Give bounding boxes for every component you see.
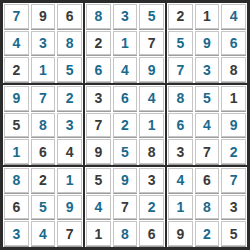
sudoku-cell[interactable]: 1: [195, 4, 220, 29]
sudoku-cell[interactable]: 8: [139, 139, 164, 164]
sudoku-cell[interactable]: 7: [221, 168, 246, 193]
sudoku-cell[interactable]: 1: [31, 57, 56, 82]
sudoku-cell[interactable]: 3: [168, 139, 193, 164]
sudoku-cell[interactable]: 7: [31, 86, 56, 111]
sudoku-cell[interactable]: 4: [31, 221, 56, 246]
sudoku-cell[interactable]: 8: [86, 4, 111, 29]
sudoku-cell[interactable]: 8: [221, 57, 246, 82]
sudoku-box: 364721958: [85, 85, 165, 165]
sudoku-cell[interactable]: 1: [57, 168, 82, 193]
sudoku-cell[interactable]: 3: [31, 31, 56, 56]
sudoku-cell[interactable]: 3: [4, 221, 29, 246]
sudoku-cell[interactable]: 1: [86, 221, 111, 246]
sudoku-box: 214596738: [167, 3, 247, 83]
sudoku-cell[interactable]: 4: [168, 168, 193, 193]
sudoku-cell[interactable]: 3: [195, 57, 220, 82]
sudoku-cell[interactable]: 6: [57, 4, 82, 29]
sudoku-board: 7964382158352176492145967389725831643647…: [0, 0, 250, 250]
sudoku-cell[interactable]: 5: [139, 4, 164, 29]
sudoku-box: 851649372: [167, 85, 247, 165]
sudoku-box: 821659347: [3, 167, 83, 247]
sudoku-cell[interactable]: 2: [4, 57, 29, 82]
sudoku-cell[interactable]: 8: [57, 31, 82, 56]
sudoku-cell[interactable]: 2: [168, 4, 193, 29]
sudoku-box: 796438215: [3, 3, 83, 83]
sudoku-cell[interactable]: 1: [4, 139, 29, 164]
sudoku-cell[interactable]: 9: [57, 195, 82, 220]
sudoku-cell[interactable]: 2: [31, 168, 56, 193]
sudoku-cell[interactable]: 2: [57, 86, 82, 111]
sudoku-cell[interactable]: 6: [139, 221, 164, 246]
sudoku-box: 593472186: [85, 167, 165, 247]
sudoku-cell[interactable]: 7: [195, 139, 220, 164]
sudoku-cell[interactable]: 7: [139, 31, 164, 56]
sudoku-cell[interactable]: 7: [4, 4, 29, 29]
sudoku-cell[interactable]: 4: [195, 113, 220, 138]
sudoku-cell[interactable]: 3: [113, 4, 138, 29]
sudoku-cell[interactable]: 9: [139, 57, 164, 82]
sudoku-cell[interactable]: 3: [86, 86, 111, 111]
sudoku-cell[interactable]: 8: [31, 113, 56, 138]
sudoku-cell[interactable]: 9: [86, 139, 111, 164]
sudoku-cell[interactable]: 9: [31, 4, 56, 29]
sudoku-cell[interactable]: 8: [168, 86, 193, 111]
sudoku-cell[interactable]: 3: [57, 113, 82, 138]
sudoku-cell[interactable]: 2: [139, 195, 164, 220]
sudoku-cell[interactable]: 7: [86, 113, 111, 138]
sudoku-cell[interactable]: 4: [221, 4, 246, 29]
sudoku-cell[interactable]: 8: [4, 168, 29, 193]
sudoku-cell[interactable]: 3: [139, 168, 164, 193]
sudoku-cell[interactable]: 5: [168, 31, 193, 56]
sudoku-cell[interactable]: 6: [221, 31, 246, 56]
sudoku-cell[interactable]: 1: [139, 113, 164, 138]
sudoku-cell[interactable]: 1: [113, 31, 138, 56]
sudoku-cell[interactable]: 5: [221, 221, 246, 246]
sudoku-cell[interactable]: 5: [57, 57, 82, 82]
sudoku-cell[interactable]: 2: [113, 113, 138, 138]
sudoku-cell[interactable]: 4: [4, 31, 29, 56]
sudoku-cell[interactable]: 5: [4, 113, 29, 138]
sudoku-cell[interactable]: 9: [195, 31, 220, 56]
sudoku-box: 467183925: [167, 167, 247, 247]
sudoku-cell[interactable]: 3: [221, 195, 246, 220]
sudoku-cell[interactable]: 2: [221, 139, 246, 164]
sudoku-app: 7964382158352176492145967389725831643647…: [0, 0, 250, 250]
sudoku-cell[interactable]: 8: [195, 195, 220, 220]
sudoku-cell[interactable]: 6: [31, 139, 56, 164]
sudoku-cell[interactable]: 6: [195, 168, 220, 193]
sudoku-cell[interactable]: 4: [113, 57, 138, 82]
sudoku-cell[interactable]: 4: [139, 86, 164, 111]
sudoku-cell[interactable]: 7: [113, 195, 138, 220]
sudoku-cell[interactable]: 6: [86, 57, 111, 82]
sudoku-cell[interactable]: 1: [221, 86, 246, 111]
sudoku-cell[interactable]: 2: [195, 221, 220, 246]
sudoku-cell[interactable]: 9: [113, 168, 138, 193]
sudoku-cell[interactable]: 8: [113, 221, 138, 246]
sudoku-cell[interactable]: 5: [113, 139, 138, 164]
sudoku-box: 972583164: [3, 85, 83, 165]
sudoku-cell[interactable]: 4: [86, 195, 111, 220]
sudoku-box: 835217649: [85, 3, 165, 83]
sudoku-cell[interactable]: 9: [4, 86, 29, 111]
sudoku-cell[interactable]: 6: [113, 86, 138, 111]
sudoku-cell[interactable]: 6: [168, 113, 193, 138]
sudoku-cell[interactable]: 2: [86, 31, 111, 56]
sudoku-cell[interactable]: 5: [31, 195, 56, 220]
sudoku-cell[interactable]: 9: [168, 221, 193, 246]
sudoku-cell[interactable]: 4: [57, 139, 82, 164]
sudoku-cell[interactable]: 7: [168, 57, 193, 82]
sudoku-cell[interactable]: 6: [4, 195, 29, 220]
sudoku-cell[interactable]: 9: [221, 113, 246, 138]
sudoku-cell[interactable]: 5: [86, 168, 111, 193]
sudoku-cell[interactable]: 5: [195, 86, 220, 111]
sudoku-cell[interactable]: 7: [57, 221, 82, 246]
sudoku-cell[interactable]: 1: [168, 195, 193, 220]
